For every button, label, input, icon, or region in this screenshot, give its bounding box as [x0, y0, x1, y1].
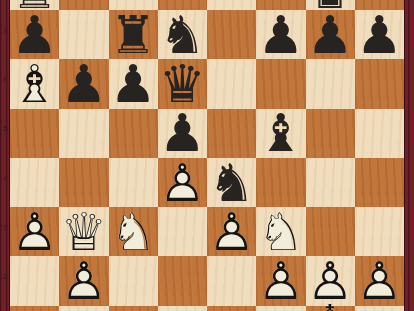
square-b5[interactable] [59, 109, 108, 158]
piece-white-bishop[interactable]: ♝♗ [10, 59, 59, 108]
piece-black-knight[interactable]: ♞ [158, 10, 207, 59]
square-f1[interactable] [256, 306, 305, 311]
rank-label-6: 6 [0, 75, 10, 84]
square-d2[interactable] [158, 256, 207, 305]
white-pawn-icon: ♟ [306, 256, 355, 305]
piece-white-king[interactable]: ♚♔ [306, 306, 355, 311]
square-d7[interactable]: ♞ [158, 10, 207, 59]
black-knight-icon: ♞ [207, 158, 256, 207]
white-pawn-icon: ♟ [158, 158, 207, 207]
square-b1[interactable] [59, 306, 108, 311]
piece-black-knight[interactable]: ♞ [207, 158, 256, 207]
square-e1[interactable] [207, 306, 256, 311]
square-e8[interactable] [207, 0, 256, 10]
piece-black-pawn[interactable]: ♟ [306, 10, 355, 59]
square-g8[interactable]: ♚ [306, 0, 355, 10]
piece-white-pawn[interactable]: ♟♙ [59, 256, 108, 305]
square-d6[interactable]: ♛ [158, 59, 207, 108]
square-h7[interactable]: ♟ [355, 10, 404, 59]
piece-white-knight[interactable]: ♞♘ [256, 207, 305, 256]
piece-black-king[interactable]: ♚ [306, 0, 355, 10]
black-pawn-icon: ♟ [355, 10, 404, 59]
white-pawn-icon: ♟ [207, 207, 256, 256]
square-g4[interactable] [306, 158, 355, 207]
square-h3[interactable] [355, 207, 404, 256]
square-g5[interactable] [306, 109, 355, 158]
square-f3[interactable]: ♞♘ [256, 207, 305, 256]
piece-black-pawn[interactable]: ♟ [59, 59, 108, 108]
white-bishop-outline-icon: ♗ [10, 59, 59, 108]
square-c8[interactable] [109, 0, 158, 10]
square-h4[interactable] [355, 158, 404, 207]
square-d5[interactable]: ♟ [158, 109, 207, 158]
white-pawn-icon: ♟ [355, 256, 404, 305]
white-pawn-outline-icon: ♙ [207, 207, 256, 256]
square-f2[interactable]: ♟♙ [256, 256, 305, 305]
white-queen-icon: ♛ [59, 207, 108, 256]
rank-label-4: 4 [0, 174, 10, 183]
square-a5[interactable] [10, 109, 59, 158]
rank-label-5: 5 [0, 124, 10, 133]
square-d8[interactable] [158, 0, 207, 10]
square-h5[interactable] [355, 109, 404, 158]
white-pawn-outline-icon: ♙ [10, 207, 59, 256]
piece-black-pawn[interactable]: ♟ [256, 10, 305, 59]
square-c6[interactable]: ♟ [109, 59, 158, 108]
piece-black-pawn[interactable]: ♟ [109, 59, 158, 108]
square-g6[interactable] [306, 59, 355, 108]
square-b4[interactable] [59, 158, 108, 207]
rank-label-7: 7 [0, 26, 10, 35]
piece-white-pawn[interactable]: ♟♙ [10, 207, 59, 256]
square-d4[interactable]: ♟♙ [158, 158, 207, 207]
white-pawn-outline-icon: ♙ [59, 256, 108, 305]
white-pawn-outline-icon: ♙ [355, 256, 404, 305]
piece-white-pawn[interactable]: ♟♙ [306, 256, 355, 305]
board-border-right [404, 0, 414, 311]
board-border-left [0, 0, 10, 311]
rank-label-2: 2 [0, 272, 10, 281]
white-pawn-outline-icon: ♙ [256, 256, 305, 305]
piece-black-bishop[interactable]: ♝ [256, 109, 305, 158]
piece-black-pawn[interactable]: ♟ [355, 10, 404, 59]
black-pawn-icon: ♟ [10, 10, 59, 59]
square-h2[interactable]: ♟♙ [355, 256, 404, 305]
white-knight-icon: ♞ [256, 207, 305, 256]
square-c2[interactable] [109, 256, 158, 305]
square-h6[interactable] [355, 59, 404, 108]
piece-black-rook[interactable]: ♜ [109, 10, 158, 59]
square-c4[interactable] [109, 158, 158, 207]
rank-label-3: 3 [0, 223, 10, 232]
square-a4[interactable] [10, 158, 59, 207]
square-a2[interactable] [10, 256, 59, 305]
black-pawn-icon: ♟ [109, 59, 158, 108]
piece-black-rook[interactable]: ♜ [10, 0, 59, 10]
square-f8[interactable] [256, 0, 305, 10]
square-d1[interactable] [158, 306, 207, 311]
black-pawn-icon: ♟ [256, 10, 305, 59]
square-h1[interactable] [355, 306, 404, 311]
square-b6[interactable]: ♟ [59, 59, 108, 108]
piece-white-pawn[interactable]: ♟♙ [355, 256, 404, 305]
square-c3[interactable]: ♞♘ [109, 207, 158, 256]
chess-board: ♜♚♟♜♞♟♟♟♝♗♟♟♛♟♝♟♙♞♟♙♛♕♞♘♟♙♞♘♟♙♟♙♟♙♟♙♚♔ [10, 0, 404, 311]
piece-black-pawn[interactable]: ♟ [158, 109, 207, 158]
square-e6[interactable] [207, 59, 256, 108]
square-g1[interactable]: ♚♔ [306, 306, 355, 311]
piece-white-pawn[interactable]: ♟♙ [207, 207, 256, 256]
square-f5[interactable]: ♝ [256, 109, 305, 158]
square-a3[interactable]: ♟♙ [10, 207, 59, 256]
black-bishop-icon: ♝ [256, 109, 305, 158]
square-c7[interactable]: ♜ [109, 10, 158, 59]
square-e5[interactable] [207, 109, 256, 158]
piece-white-queen[interactable]: ♛♕ [59, 207, 108, 256]
white-knight-icon: ♞ [109, 207, 158, 256]
white-pawn-outline-icon: ♙ [306, 256, 355, 305]
square-a7[interactable]: ♟ [10, 10, 59, 59]
white-pawn-outline-icon: ♙ [158, 158, 207, 207]
black-rook-icon: ♜ [109, 10, 158, 59]
square-e4[interactable]: ♞ [207, 158, 256, 207]
square-e3[interactable]: ♟♙ [207, 207, 256, 256]
white-bishop-icon: ♝ [10, 59, 59, 108]
square-b7[interactable] [59, 10, 108, 59]
square-c5[interactable] [109, 109, 158, 158]
black-pawn-icon: ♟ [158, 109, 207, 158]
white-pawn-icon: ♟ [256, 256, 305, 305]
black-queen-icon: ♛ [158, 59, 207, 108]
square-e2[interactable] [207, 256, 256, 305]
square-c1[interactable] [109, 306, 158, 311]
square-g2[interactable]: ♟♙ [306, 256, 355, 305]
black-pawn-icon: ♟ [59, 59, 108, 108]
square-a6[interactable]: ♝♗ [10, 59, 59, 108]
piece-black-queen[interactable]: ♛ [158, 59, 207, 108]
white-queen-outline-icon: ♕ [59, 207, 108, 256]
square-b8[interactable] [59, 0, 108, 10]
white-pawn-icon: ♟ [10, 207, 59, 256]
white-pawn-icon: ♟ [59, 256, 108, 305]
square-e7[interactable] [207, 10, 256, 59]
square-f6[interactable] [256, 59, 305, 108]
piece-white-knight[interactable]: ♞♘ [109, 207, 158, 256]
white-knight-outline-icon: ♘ [109, 207, 158, 256]
board-frame: ♜♚♟♜♞♟♟♟♝♗♟♟♛♟♝♟♙♞♟♙♛♕♞♘♟♙♞♘♟♙♟♙♟♙♟♙♚♔ 7… [0, 0, 414, 311]
square-h8[interactable] [355, 0, 404, 10]
white-knight-outline-icon: ♘ [256, 207, 305, 256]
square-g7[interactable]: ♟ [306, 10, 355, 59]
square-g3[interactable] [306, 207, 355, 256]
square-b3[interactable]: ♛♕ [59, 207, 108, 256]
square-a1[interactable] [10, 306, 59, 311]
piece-white-pawn[interactable]: ♟♙ [158, 158, 207, 207]
square-a8[interactable]: ♜ [10, 0, 59, 10]
piece-black-pawn[interactable]: ♟ [10, 10, 59, 59]
square-f7[interactable]: ♟ [256, 10, 305, 59]
square-f4[interactable] [256, 158, 305, 207]
piece-white-pawn[interactable]: ♟♙ [256, 256, 305, 305]
black-pawn-icon: ♟ [306, 10, 355, 59]
square-d3[interactable] [158, 207, 207, 256]
black-knight-icon: ♞ [158, 10, 207, 59]
square-b2[interactable]: ♟♙ [59, 256, 108, 305]
